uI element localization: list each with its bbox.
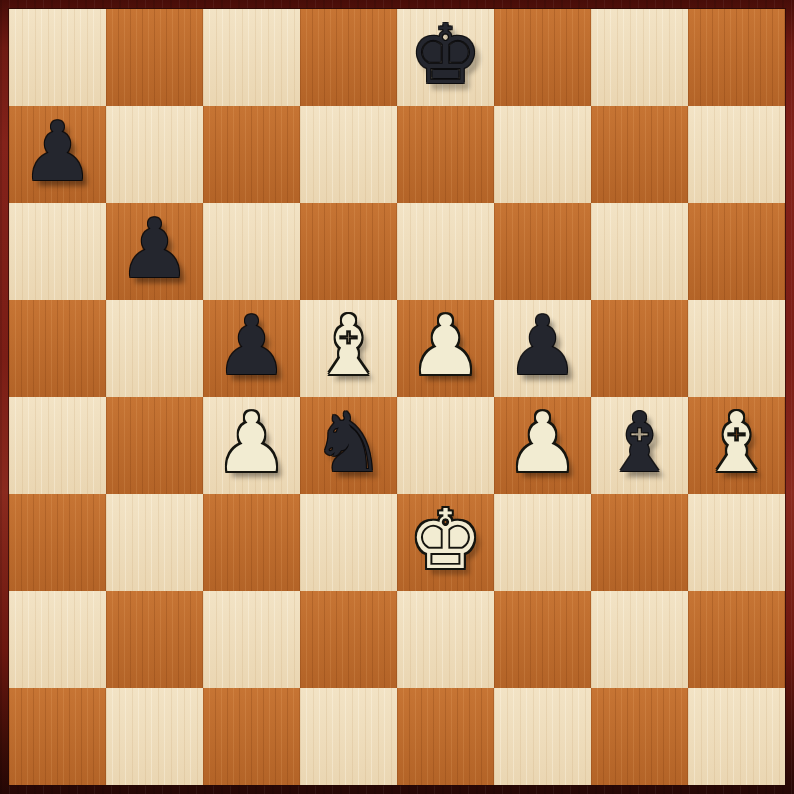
square-e3[interactable]: ♚ [397,494,494,591]
piece-white-bishop[interactable]: ♝ [312,305,386,387]
square-c4[interactable]: ♟ [203,397,300,494]
square-e6[interactable] [397,203,494,300]
piece-black-knight[interactable]: ♞ [312,402,386,484]
square-h1[interactable] [688,688,785,785]
square-g4[interactable]: ♝ [591,397,688,494]
piece-black-bishop[interactable]: ♝ [603,402,677,484]
piece-black-pawn[interactable]: ♟ [215,305,289,387]
square-d6[interactable] [300,203,397,300]
square-g1[interactable] [591,688,688,785]
square-b5[interactable] [106,300,203,397]
piece-black-pawn[interactable]: ♟ [118,208,192,290]
square-f3[interactable] [494,494,591,591]
square-c8[interactable] [203,9,300,106]
square-d8[interactable] [300,9,397,106]
square-b4[interactable] [106,397,203,494]
square-c7[interactable] [203,106,300,203]
square-c5[interactable]: ♟ [203,300,300,397]
piece-black-pawn[interactable]: ♟ [506,305,580,387]
square-e4[interactable] [397,397,494,494]
square-a2[interactable] [9,591,106,688]
square-h2[interactable] [688,591,785,688]
square-c1[interactable] [203,688,300,785]
square-e7[interactable] [397,106,494,203]
square-e8[interactable]: ♚ [397,9,494,106]
square-c6[interactable] [203,203,300,300]
square-b6[interactable]: ♟ [106,203,203,300]
square-h3[interactable] [688,494,785,591]
piece-white-king[interactable]: ♚ [409,499,483,581]
square-e1[interactable] [397,688,494,785]
square-g5[interactable] [591,300,688,397]
square-d2[interactable] [300,591,397,688]
square-d7[interactable] [300,106,397,203]
square-h6[interactable] [688,203,785,300]
square-d1[interactable] [300,688,397,785]
board-frame: ♚♟♟♟♝♟♟♟♞♟♝♝♚ [0,0,794,794]
square-g7[interactable] [591,106,688,203]
piece-black-pawn[interactable]: ♟ [21,111,95,193]
square-b8[interactable] [106,9,203,106]
square-g3[interactable] [591,494,688,591]
piece-white-pawn[interactable]: ♟ [506,402,580,484]
square-a3[interactable] [9,494,106,591]
square-a1[interactable] [9,688,106,785]
square-c3[interactable] [203,494,300,591]
square-g6[interactable] [591,203,688,300]
square-f1[interactable] [494,688,591,785]
square-h5[interactable] [688,300,785,397]
piece-white-pawn[interactable]: ♟ [215,402,289,484]
square-g8[interactable] [591,9,688,106]
square-a4[interactable] [9,397,106,494]
square-b7[interactable] [106,106,203,203]
square-a5[interactable] [9,300,106,397]
square-a7[interactable]: ♟ [9,106,106,203]
square-f2[interactable] [494,591,591,688]
chess-board: ♚♟♟♟♝♟♟♟♞♟♝♝♚ [9,9,785,785]
square-b3[interactable] [106,494,203,591]
piece-white-pawn[interactable]: ♟ [409,305,483,387]
square-d3[interactable] [300,494,397,591]
square-h4[interactable]: ♝ [688,397,785,494]
square-h8[interactable] [688,9,785,106]
square-d4[interactable]: ♞ [300,397,397,494]
square-f5[interactable]: ♟ [494,300,591,397]
square-a8[interactable] [9,9,106,106]
piece-white-bishop[interactable]: ♝ [700,402,774,484]
square-f7[interactable] [494,106,591,203]
square-h7[interactable] [688,106,785,203]
square-f8[interactable] [494,9,591,106]
square-a6[interactable] [9,203,106,300]
square-b2[interactable] [106,591,203,688]
square-d5[interactable]: ♝ [300,300,397,397]
square-f6[interactable] [494,203,591,300]
square-c2[interactable] [203,591,300,688]
square-e5[interactable]: ♟ [397,300,494,397]
square-b1[interactable] [106,688,203,785]
square-g2[interactable] [591,591,688,688]
square-f4[interactable]: ♟ [494,397,591,494]
piece-black-king[interactable]: ♚ [409,14,483,96]
square-e2[interactable] [397,591,494,688]
